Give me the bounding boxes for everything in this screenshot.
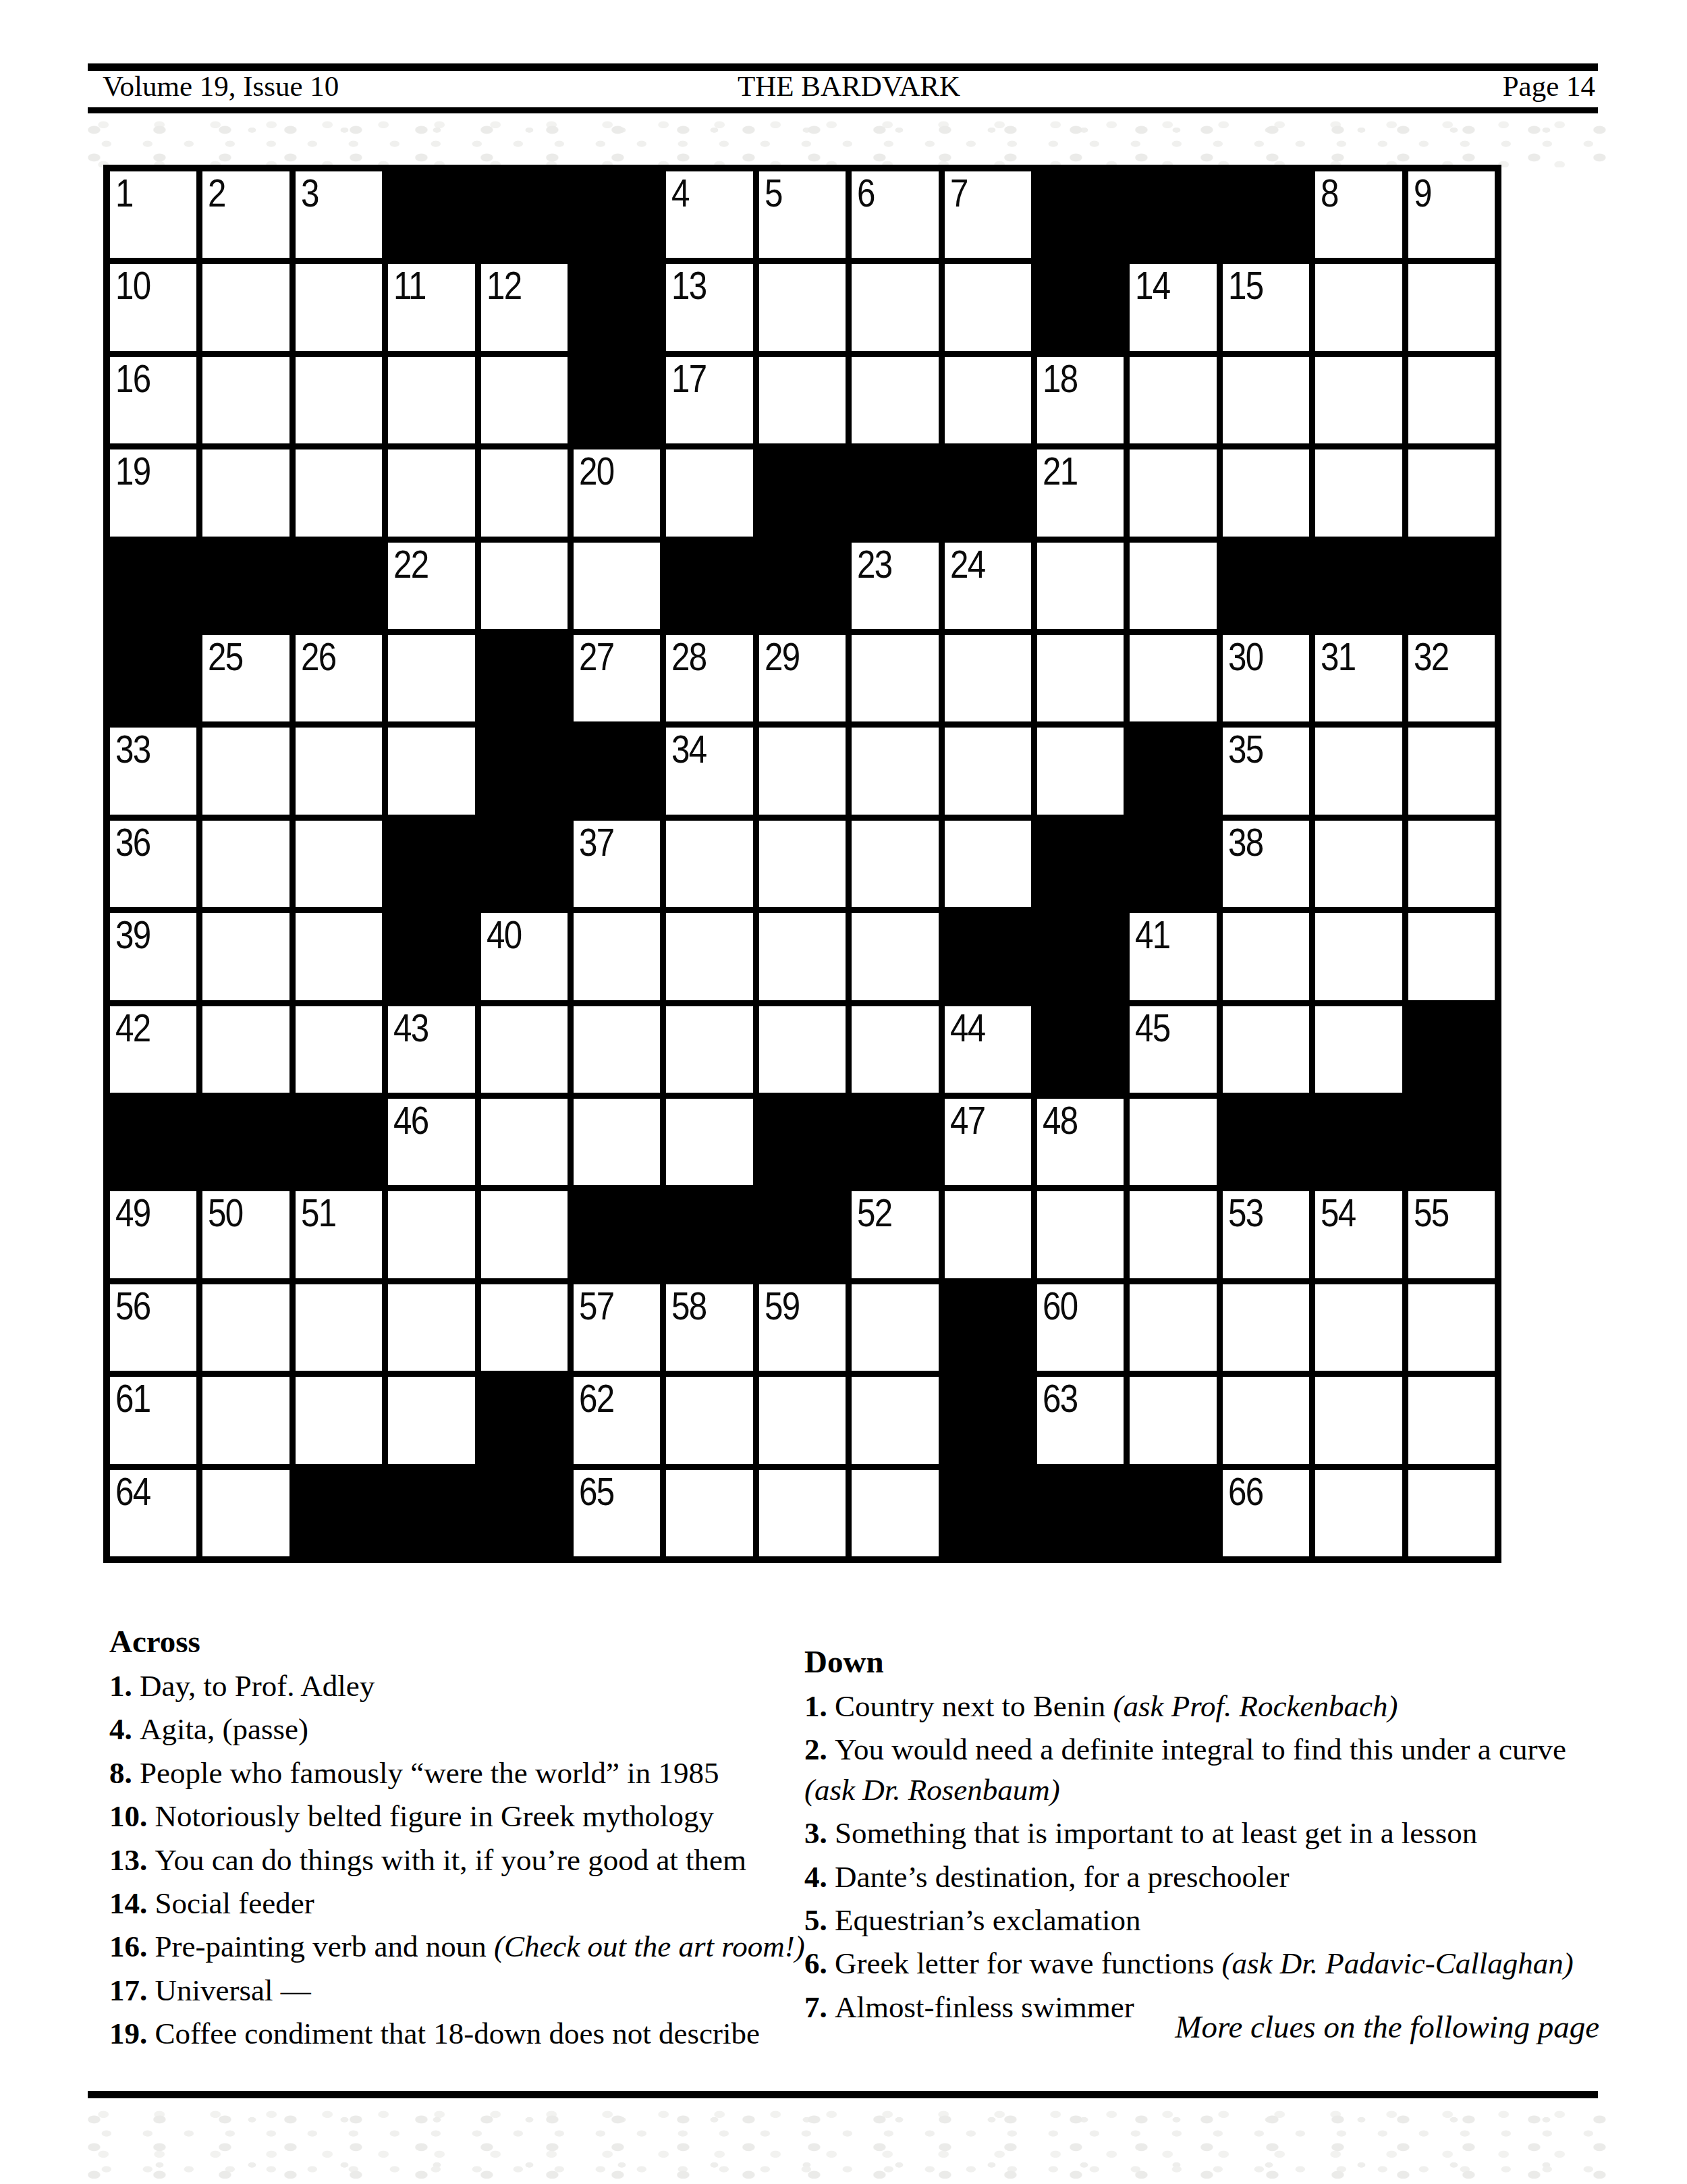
- grid-cell-r1c15[interactable]: 9: [1408, 171, 1495, 258]
- grid-cell-r15c9[interactable]: [852, 1470, 938, 1556]
- grid-cell-r7c2[interactable]: [202, 728, 289, 814]
- cell-number: 62: [579, 1379, 613, 1418]
- across-clue-note: (Check out the art room!): [494, 1930, 805, 1963]
- grid-black-cell-r5c3: [296, 543, 382, 629]
- newsletter-page: Volume 19, Issue 10 THE BARDVARK Page 14…: [0, 0, 1687, 2184]
- grid-black-cell-r11c13: [1223, 1099, 1309, 1185]
- grid-black-cell-r15c3: [296, 1470, 382, 1556]
- grid-cell-r14c1[interactable]: 61: [110, 1377, 196, 1463]
- grid-cell-r2c3[interactable]: [296, 264, 382, 350]
- grid-black-cell-r15c10: [945, 1470, 1031, 1556]
- across-clue-14: 14. Social feeder: [109, 1884, 828, 1923]
- across-clue-13: 13. You can do things with it, if you’re…: [109, 1840, 828, 1880]
- grid-black-cell-r9c4: [388, 913, 474, 1000]
- grid-black-cell-r4c9: [852, 449, 938, 536]
- down-clue-2: 2. You would need a definite integral to…: [804, 1730, 1607, 1810]
- down-clue-text: Something that is important to at least …: [835, 1816, 1477, 1850]
- grid-cell-r12c3[interactable]: 51: [296, 1191, 382, 1278]
- grid-cell-r5c6[interactable]: [574, 543, 660, 629]
- more-clues-note: More clues on the following page: [1175, 2009, 1599, 2045]
- grid-black-cell-r11c3: [296, 1099, 382, 1185]
- across-clue-text: Coffee condiment that 18-down does not d…: [155, 2017, 760, 2050]
- grid-cell-r2c14[interactable]: [1315, 264, 1402, 350]
- grid-cell-r8c9[interactable]: [852, 821, 938, 907]
- grid-cell-r9c13[interactable]: [1223, 913, 1309, 1000]
- grid-black-cell-r8c11: [1037, 821, 1124, 907]
- cell-number: 22: [393, 545, 428, 584]
- grid-cell-r14c14[interactable]: [1315, 1377, 1402, 1463]
- grid-cell-r15c15[interactable]: [1408, 1470, 1495, 1556]
- cell-number: 13: [671, 266, 706, 305]
- grid-cell-r1c2[interactable]: 2: [202, 171, 289, 258]
- grid-cell-r12c5[interactable]: [481, 1191, 568, 1278]
- grid-cell-r9c9[interactable]: [852, 913, 938, 1000]
- grid-cell-r10c7[interactable]: [666, 1006, 752, 1093]
- grid-cell-r9c15[interactable]: [1408, 913, 1495, 1000]
- cell-number: 25: [208, 637, 242, 676]
- grid-cell-r14c9[interactable]: [852, 1377, 938, 1463]
- grid-black-cell-r1c12: [1130, 171, 1216, 258]
- across-clue-text: Universal —: [155, 1973, 311, 2007]
- grid-cell-r1c8[interactable]: 5: [759, 171, 846, 258]
- grid-cell-r1c7[interactable]: 4: [666, 171, 752, 258]
- grid-cell-r8c8[interactable]: [759, 821, 846, 907]
- grid-cell-r3c2[interactable]: [202, 357, 289, 443]
- grid-black-cell-r1c13: [1223, 171, 1309, 258]
- grid-cell-r13c6[interactable]: 57: [574, 1284, 660, 1371]
- down-clue-number: 5.: [804, 1903, 835, 1937]
- grid-cell-r10c13[interactable]: [1223, 1006, 1309, 1093]
- grid-cell-r15c14[interactable]: [1315, 1470, 1402, 1556]
- grid-cell-r4c15[interactable]: [1408, 449, 1495, 536]
- grid-cell-r10c9[interactable]: [852, 1006, 938, 1093]
- grid-cell-r10c3[interactable]: [296, 1006, 382, 1093]
- cell-number: 4: [671, 173, 689, 213]
- grid-cell-r4c3[interactable]: [296, 449, 382, 536]
- grid-cell-r12c4[interactable]: [388, 1191, 474, 1278]
- grid-black-cell-r12c8: [759, 1191, 846, 1278]
- grid-cell-r7c13[interactable]: 35: [1223, 728, 1309, 814]
- cell-number: 11: [393, 266, 426, 305]
- grid-cell-r6c8[interactable]: 29: [759, 635, 846, 721]
- grid-cell-r4c11[interactable]: 21: [1037, 449, 1124, 536]
- grid-cell-r6c12[interactable]: [1130, 635, 1216, 721]
- grid-cell-r9c5[interactable]: 40: [481, 913, 568, 1000]
- grid-cell-r4c4[interactable]: [388, 449, 474, 536]
- cell-number: 7: [950, 173, 968, 213]
- grid-cell-r6c2[interactable]: 25: [202, 635, 289, 721]
- grid-cell-r4c14[interactable]: [1315, 449, 1402, 536]
- grid-cell-r4c2[interactable]: [202, 449, 289, 536]
- across-clue-19: 19. Coffee condiment that 18-down does n…: [109, 2014, 828, 2054]
- grid-cell-r3c10[interactable]: [945, 357, 1031, 443]
- down-clue-number: 3.: [804, 1816, 835, 1850]
- grid-cell-r10c14[interactable]: [1315, 1006, 1402, 1093]
- cell-number: 30: [1228, 637, 1263, 676]
- cell-number: 44: [950, 1008, 985, 1047]
- grid-cell-r12c14[interactable]: 54: [1315, 1191, 1402, 1278]
- grid-cell-r2c8[interactable]: [759, 264, 846, 350]
- across-clue-number: 19.: [109, 2017, 155, 2050]
- down-clue-note: (ask Dr. Padavic-Callaghan): [1222, 1946, 1574, 1980]
- grid-cell-r4c1[interactable]: 19: [110, 449, 196, 536]
- grid-black-cell-r8c5: [481, 821, 568, 907]
- cell-number: 3: [301, 173, 319, 213]
- cell-number: 14: [1135, 266, 1169, 305]
- grid-cell-r8c14[interactable]: [1315, 821, 1402, 907]
- cell-number: 10: [115, 266, 150, 305]
- grid-cell-r3c7[interactable]: 17: [666, 357, 752, 443]
- grid-cell-r1c10[interactable]: 7: [945, 171, 1031, 258]
- grid-cell-r9c7[interactable]: [666, 913, 752, 1000]
- header-volume: Volume 19, Issue 10: [88, 69, 600, 104]
- cell-number: 55: [1414, 1193, 1448, 1232]
- grid-black-cell-r6c5: [481, 635, 568, 721]
- grid-cell-r9c8[interactable]: [759, 913, 846, 1000]
- across-clue-text: Pre-painting verb and noun: [155, 1930, 494, 1963]
- grid-cell-r10c6[interactable]: [574, 1006, 660, 1093]
- grid-cell-r9c3[interactable]: [296, 913, 382, 1000]
- grid-cell-r12c12[interactable]: [1130, 1191, 1216, 1278]
- grid-cell-r5c5[interactable]: [481, 543, 568, 629]
- across-clue-number: 17.: [109, 1973, 155, 2007]
- grid-cell-r2c7[interactable]: 13: [666, 264, 752, 350]
- cell-number: 42: [115, 1008, 150, 1047]
- grid-cell-r2c4[interactable]: 11: [388, 264, 474, 350]
- grid-cell-r3c4[interactable]: [388, 357, 474, 443]
- grid-cell-r3c11[interactable]: 18: [1037, 357, 1124, 443]
- grid-cell-r4c12[interactable]: [1130, 449, 1216, 536]
- cell-number: 16: [115, 359, 150, 398]
- across-clue-text: Agita, (passe): [140, 1712, 308, 1746]
- grid-cell-r10c2[interactable]: [202, 1006, 289, 1093]
- grid-cell-r1c1[interactable]: 1: [110, 171, 196, 258]
- grid-cell-r12c11[interactable]: [1037, 1191, 1124, 1278]
- grid-cell-r13c1[interactable]: 56: [110, 1284, 196, 1371]
- grid-cell-r13c14[interactable]: [1315, 1284, 1402, 1371]
- grid-cell-r8c15[interactable]: [1408, 821, 1495, 907]
- grid-cell-r12c10[interactable]: [945, 1191, 1031, 1278]
- grid-cell-r8c2[interactable]: [202, 821, 289, 907]
- grid-black-cell-r5c8: [759, 543, 846, 629]
- grid-black-cell-r5c14: [1315, 543, 1402, 629]
- grid-cell-r15c8[interactable]: [759, 1470, 846, 1556]
- across-clue-1: 1. Day, to Prof. Adley: [109, 1666, 828, 1706]
- grid-black-cell-r9c10: [945, 913, 1031, 1000]
- scan-noise-top: [81, 119, 1606, 167]
- across-clue-number: 8.: [109, 1756, 140, 1790]
- down-clue-1: 1. Country next to Benin (ask Prof. Rock…: [804, 1687, 1607, 1726]
- grid-cell-r7c14[interactable]: [1315, 728, 1402, 814]
- grid-cell-r2c5[interactable]: 12: [481, 264, 568, 350]
- cell-number: 21: [1043, 452, 1077, 491]
- grid-black-cell-r15c11: [1037, 1470, 1124, 1556]
- grid-cell-r8c3[interactable]: [296, 821, 382, 907]
- crossword-grid[interactable]: 1234567891011121314151617181920212223242…: [103, 165, 1501, 1563]
- cell-number: 61: [115, 1379, 150, 1418]
- grid-black-cell-r11c15: [1408, 1099, 1495, 1185]
- grid-black-cell-r11c9: [852, 1099, 938, 1185]
- down-clue-number: 2.: [804, 1732, 835, 1766]
- cell-number: 27: [579, 637, 613, 676]
- grid-black-cell-r8c4: [388, 821, 474, 907]
- down-clue-text: Country next to Benin: [835, 1689, 1113, 1723]
- grid-cell-r10c12[interactable]: 45: [1130, 1006, 1216, 1093]
- grid-cell-r6c6[interactable]: 27: [574, 635, 660, 721]
- grid-black-cell-r12c6: [574, 1191, 660, 1278]
- grid-cell-r1c14[interactable]: 8: [1315, 171, 1402, 258]
- across-clue-text: You can do things with it, if you’re goo…: [155, 1843, 747, 1877]
- grid-cell-r13c12[interactable]: [1130, 1284, 1216, 1371]
- cell-number: 46: [393, 1101, 428, 1140]
- header-page-number: Page 14: [1098, 69, 1598, 104]
- down-clue-number: 1.: [804, 1689, 835, 1723]
- grid-cell-r7c10[interactable]: [945, 728, 1031, 814]
- cell-number: 66: [1228, 1472, 1263, 1511]
- grid-black-cell-r7c12: [1130, 728, 1216, 814]
- down-clue-3: 3. Something that is important to at lea…: [804, 1813, 1607, 1853]
- grid-cell-r8c6[interactable]: 37: [574, 821, 660, 907]
- grid-black-cell-r14c10: [945, 1377, 1031, 1463]
- cell-number: 28: [671, 637, 706, 676]
- grid-cell-r13c2[interactable]: [202, 1284, 289, 1371]
- grid-cell-r6c3[interactable]: 26: [296, 635, 382, 721]
- grid-cell-r10c1[interactable]: 42: [110, 1006, 196, 1093]
- cell-number: 41: [1135, 915, 1169, 954]
- grid-cell-r9c6[interactable]: [574, 913, 660, 1000]
- grid-cell-r3c13[interactable]: [1223, 357, 1309, 443]
- grid-cell-r11c11[interactable]: 48: [1037, 1099, 1124, 1185]
- header-rule-bottom: [88, 107, 1598, 113]
- grid-cell-r4c7[interactable]: [666, 449, 752, 536]
- grid-black-cell-r4c10: [945, 449, 1031, 536]
- grid-cell-r14c11[interactable]: 63: [1037, 1377, 1124, 1463]
- grid-cell-r8c1[interactable]: 36: [110, 821, 196, 907]
- down-clue-number: 4.: [804, 1860, 835, 1894]
- down-clue-4: 4. Dante’s destination, for a preschoole…: [804, 1857, 1607, 1897]
- grid-cell-r7c3[interactable]: [296, 728, 382, 814]
- cell-number: 20: [579, 452, 613, 491]
- grid-cell-r1c3[interactable]: 3: [296, 171, 382, 258]
- grid-cell-r15c13[interactable]: 66: [1223, 1470, 1309, 1556]
- grid-cell-r7c11[interactable]: [1037, 728, 1124, 814]
- grid-cell-r15c7[interactable]: [666, 1470, 752, 1556]
- cell-number: 64: [115, 1472, 150, 1511]
- grid-cell-r3c9[interactable]: [852, 357, 938, 443]
- grid-black-cell-r5c1: [110, 543, 196, 629]
- grid-cell-r3c14[interactable]: [1315, 357, 1402, 443]
- grid-cell-r9c2[interactable]: [202, 913, 289, 1000]
- grid-cell-r6c13[interactable]: 30: [1223, 635, 1309, 721]
- grid-cell-r9c1[interactable]: 39: [110, 913, 196, 1000]
- across-clue-number: 13.: [109, 1843, 155, 1877]
- grid-black-cell-r1c6: [574, 171, 660, 258]
- grid-cell-r14c4[interactable]: [388, 1377, 474, 1463]
- grid-cell-r7c8[interactable]: [759, 728, 846, 814]
- grid-cell-r9c12[interactable]: 41: [1130, 913, 1216, 1000]
- cell-number: 49: [115, 1193, 150, 1232]
- grid-cell-r7c1[interactable]: 33: [110, 728, 196, 814]
- grid-black-cell-r7c6: [574, 728, 660, 814]
- grid-cell-r13c11[interactable]: 60: [1037, 1284, 1124, 1371]
- cell-number: 6: [857, 173, 875, 213]
- grid-cell-r11c10[interactable]: 47: [945, 1099, 1031, 1185]
- grid-cell-r8c7[interactable]: [666, 821, 752, 907]
- grid-cell-r3c8[interactable]: [759, 357, 846, 443]
- grid-cell-r13c15[interactable]: [1408, 1284, 1495, 1371]
- down-clue-5: 5. Equestrian’s exclamation: [804, 1901, 1607, 1940]
- grid-cell-r13c5[interactable]: [481, 1284, 568, 1371]
- grid-cell-r5c12[interactable]: [1130, 543, 1216, 629]
- grid-cell-r14c7[interactable]: [666, 1377, 752, 1463]
- across-clue-8: 8. People who famously “were the world” …: [109, 1753, 828, 1793]
- grid-cell-r11c7[interactable]: [666, 1099, 752, 1185]
- grid-cell-r4c13[interactable]: [1223, 449, 1309, 536]
- grid-cell-r1c9[interactable]: 6: [852, 171, 938, 258]
- grid-cell-r14c13[interactable]: [1223, 1377, 1309, 1463]
- grid-cell-r14c15[interactable]: [1408, 1377, 1495, 1463]
- cell-number: 18: [1043, 359, 1077, 398]
- grid-cell-r4c5[interactable]: [481, 449, 568, 536]
- grid-black-cell-r15c12: [1130, 1470, 1216, 1556]
- grid-cell-r7c15[interactable]: [1408, 728, 1495, 814]
- grid-cell-r15c2[interactable]: [202, 1470, 289, 1556]
- cell-number: 32: [1414, 637, 1448, 676]
- grid-cell-r14c2[interactable]: [202, 1377, 289, 1463]
- cell-number: 58: [671, 1286, 706, 1326]
- grid-black-cell-r4c8: [759, 449, 846, 536]
- grid-cell-r4c6[interactable]: 20: [574, 449, 660, 536]
- grid-cell-r11c6[interactable]: [574, 1099, 660, 1185]
- across-clue-number: 14.: [109, 1886, 155, 1920]
- across-clue-text: People who famously “were the world” in …: [140, 1756, 719, 1790]
- down-clue-note: (ask Dr. Rosenbaum): [804, 1773, 1060, 1807]
- across-clue-10: 10. Notoriously belted figure in Greek m…: [109, 1797, 828, 1836]
- grid-cell-r12c2[interactable]: 50: [202, 1191, 289, 1278]
- grid-black-cell-r13c10: [945, 1284, 1031, 1371]
- cell-number: 2: [208, 173, 225, 213]
- cell-number: 37: [579, 823, 613, 862]
- cell-number: 65: [579, 1472, 613, 1511]
- down-clue-6: 6. Greek letter for wave functions (ask …: [804, 1944, 1607, 1984]
- across-clue-number: 4.: [109, 1712, 140, 1746]
- down-heading: Down: [804, 1641, 1607, 1683]
- across-clue-17: 17. Universal —: [109, 1971, 828, 2011]
- grid-cell-r9c14[interactable]: [1315, 913, 1402, 1000]
- down-clue-note: (ask Prof. Rockenbach): [1113, 1689, 1398, 1723]
- grid-cell-r15c1[interactable]: 64: [110, 1470, 196, 1556]
- grid-cell-r3c5[interactable]: [481, 357, 568, 443]
- cell-number: 63: [1043, 1379, 1077, 1418]
- cell-number: 5: [765, 173, 782, 213]
- header-title: THE BARDVARK: [600, 69, 1097, 104]
- grid-cell-r3c1[interactable]: 16: [110, 357, 196, 443]
- grid-cell-r8c10[interactable]: [945, 821, 1031, 907]
- grid-black-cell-r14c5: [481, 1377, 568, 1463]
- grid-cell-r6c10[interactable]: [945, 635, 1031, 721]
- down-clue-number: 6.: [804, 1946, 835, 1980]
- across-clue-text: Social feeder: [155, 1886, 314, 1920]
- grid-cell-r3c3[interactable]: [296, 357, 382, 443]
- grid-cell-r12c1[interactable]: 49: [110, 1191, 196, 1278]
- grid-cell-r10c10[interactable]: 44: [945, 1006, 1031, 1093]
- grid-cell-r8c13[interactable]: 38: [1223, 821, 1309, 907]
- grid-cell-r7c9[interactable]: [852, 728, 938, 814]
- grid-cell-r14c12[interactable]: [1130, 1377, 1216, 1463]
- grid-cell-r5c11[interactable]: [1037, 543, 1124, 629]
- grid-cell-r2c1[interactable]: 10: [110, 264, 196, 350]
- grid-black-cell-r7c5: [481, 728, 568, 814]
- grid-cell-r13c4[interactable]: [388, 1284, 474, 1371]
- grid-cell-r12c15[interactable]: 55: [1408, 1191, 1495, 1278]
- grid-cell-r6c15[interactable]: 32: [1408, 635, 1495, 721]
- grid-cell-r11c12[interactable]: [1130, 1099, 1216, 1185]
- across-heading: Across: [109, 1621, 828, 1662]
- grid-cell-r13c13[interactable]: [1223, 1284, 1309, 1371]
- grid-black-cell-r12c7: [666, 1191, 752, 1278]
- cell-number: 19: [115, 452, 150, 491]
- grid-cell-r6c7[interactable]: 28: [666, 635, 752, 721]
- grid-cell-r10c5[interactable]: [481, 1006, 568, 1093]
- grid-cell-r2c2[interactable]: [202, 264, 289, 350]
- grid-cell-r6c4[interactable]: [388, 635, 474, 721]
- grid-black-cell-r15c5: [481, 1470, 568, 1556]
- grid-cell-r13c8[interactable]: 59: [759, 1284, 846, 1371]
- cell-number: 35: [1228, 730, 1263, 769]
- grid-cell-r12c13[interactable]: 53: [1223, 1191, 1309, 1278]
- grid-cell-r13c7[interactable]: 58: [666, 1284, 752, 1371]
- down-clue-text: You would need a definite integral to fi…: [835, 1732, 1566, 1766]
- down-clue-list: 1. Country next to Benin (ask Prof. Rock…: [804, 1687, 1607, 2027]
- grid-cell-r11c5[interactable]: [481, 1099, 568, 1185]
- grid-cell-r14c8[interactable]: [759, 1377, 846, 1463]
- grid-cell-r10c4[interactable]: 43: [388, 1006, 474, 1093]
- grid-cell-r15c6[interactable]: 65: [574, 1470, 660, 1556]
- grid-cell-r6c14[interactable]: 31: [1315, 635, 1402, 721]
- grid-cell-r7c4[interactable]: [388, 728, 474, 814]
- grid-cell-r5c10[interactable]: 24: [945, 543, 1031, 629]
- grid-cell-r6c11[interactable]: [1037, 635, 1124, 721]
- cell-number: 8: [1321, 173, 1338, 213]
- grid-cell-r6c9[interactable]: [852, 635, 938, 721]
- grid-cell-r3c15[interactable]: [1408, 357, 1495, 443]
- grid-cell-r14c3[interactable]: [296, 1377, 382, 1463]
- cell-number: 12: [487, 266, 521, 305]
- grid-cell-r2c15[interactable]: [1408, 264, 1495, 350]
- grid-cell-r2c9[interactable]: [852, 264, 938, 350]
- grid-cell-r12c9[interactable]: 52: [852, 1191, 938, 1278]
- grid-cell-r13c9[interactable]: [852, 1284, 938, 1371]
- grid-cell-r10c8[interactable]: [759, 1006, 846, 1093]
- cell-number: 36: [115, 823, 150, 862]
- grid-cell-r5c4[interactable]: 22: [388, 543, 474, 629]
- across-clue-number: 10.: [109, 1799, 155, 1833]
- grid-black-cell-r1c5: [481, 171, 568, 258]
- down-clue-text: Dante’s destination, for a preschooler: [835, 1860, 1290, 1894]
- grid-cell-r11c4[interactable]: 46: [388, 1099, 474, 1185]
- grid-cell-r2c10[interactable]: [945, 264, 1031, 350]
- cell-number: 33: [115, 730, 150, 769]
- grid-black-cell-r5c7: [666, 543, 752, 629]
- grid-cell-r2c13[interactable]: 15: [1223, 264, 1309, 350]
- cell-number: 54: [1321, 1193, 1355, 1232]
- grid-cell-r7c7[interactable]: 34: [666, 728, 752, 814]
- grid-cell-r3c12[interactable]: [1130, 357, 1216, 443]
- grid-cell-r5c9[interactable]: 23: [852, 543, 938, 629]
- grid-cell-r14c6[interactable]: 62: [574, 1377, 660, 1463]
- grid-cell-r2c12[interactable]: 14: [1130, 264, 1216, 350]
- grid-cell-r13c3[interactable]: [296, 1284, 382, 1371]
